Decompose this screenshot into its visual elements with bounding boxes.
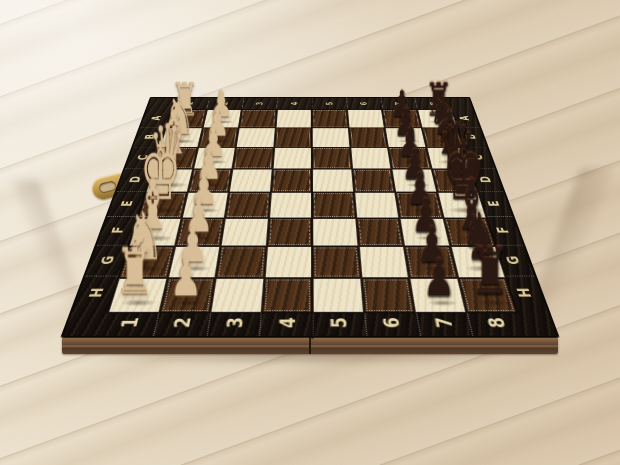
rank-label-cell: 1 <box>99 310 158 336</box>
file-label: H <box>513 288 535 298</box>
square-e3 <box>225 192 271 218</box>
rank-label: 4 <box>289 102 300 105</box>
piece-h2-white-pawn: ♟ <box>169 253 202 304</box>
rank-label-cell: 3 <box>206 310 261 336</box>
square-d3 <box>229 169 272 192</box>
rank-label-cell: 5 <box>312 98 347 109</box>
square-d4 <box>270 169 312 192</box>
rank-label-cell: 4 <box>259 310 312 336</box>
square-b5 <box>312 128 350 148</box>
square-e5 <box>312 192 356 218</box>
square-b4 <box>274 128 312 148</box>
square-h5 <box>312 278 363 313</box>
rank-label: 3 <box>254 102 265 105</box>
rank-label: 7 <box>430 317 457 328</box>
square-h3 <box>210 278 264 313</box>
square-a3 <box>239 110 277 128</box>
piece-h1-white-rook: ♜ <box>115 241 154 304</box>
square-d6 <box>352 169 396 192</box>
square-f5 <box>312 218 358 246</box>
photo-stage: 12345678 12345678 ABCDEFGH ABCDEFGH ♜♟♟♜… <box>0 0 620 465</box>
rank-label-cell: 6 <box>346 98 382 109</box>
rank-label-cell: 4 <box>276 98 311 109</box>
square-a6 <box>347 110 385 128</box>
piece-h7-black-pawn: ♟ <box>423 253 456 304</box>
square-a5 <box>312 110 349 128</box>
rank-label-cell: 7 <box>415 310 473 336</box>
square-h4 <box>261 278 312 313</box>
square-g5 <box>312 246 360 277</box>
piece-h8-black-rook: ♜ <box>471 241 510 304</box>
rank-label: 5 <box>327 317 353 328</box>
rank-label: 4 <box>274 317 299 328</box>
file-label: H <box>85 288 107 298</box>
square-e4 <box>268 192 312 218</box>
square-b6 <box>348 128 388 148</box>
square-h6 <box>361 278 415 313</box>
square-a4 <box>275 110 311 128</box>
square-e6 <box>354 192 400 218</box>
square-c6 <box>350 147 392 168</box>
chess-board: 12345678 12345678 ABCDEFGH ABCDEFGH ♜♟♟♜… <box>60 97 559 338</box>
rank-label-cell: 3 <box>241 98 277 109</box>
rank-label-cell: 5 <box>312 310 365 336</box>
rank-label: 6 <box>359 102 370 105</box>
square-f4 <box>266 218 312 246</box>
square-b3 <box>236 128 276 148</box>
rank-label: 1 <box>115 317 143 328</box>
square-c3 <box>232 147 273 168</box>
rank-label: 5 <box>324 102 335 105</box>
scene-3d: 12345678 12345678 ABCDEFGH ABCDEFGH ♜♟♟♜… <box>115 0 505 386</box>
square-c5 <box>312 147 352 168</box>
square-g3 <box>216 246 267 277</box>
square-f6 <box>356 218 404 246</box>
rank-label-cell: 6 <box>364 310 419 336</box>
square-c4 <box>272 147 312 168</box>
rank-label: 3 <box>221 317 247 328</box>
square-g6 <box>358 246 409 277</box>
rank-label-cell: 8 <box>466 310 526 336</box>
square-d5 <box>312 169 354 192</box>
rank-label-cell: 2 <box>153 310 210 336</box>
rank-label: 2 <box>169 317 196 328</box>
rank-label: 6 <box>378 317 404 328</box>
square-f3 <box>220 218 268 246</box>
square-g4 <box>264 246 312 277</box>
rank-label: 8 <box>482 317 510 328</box>
